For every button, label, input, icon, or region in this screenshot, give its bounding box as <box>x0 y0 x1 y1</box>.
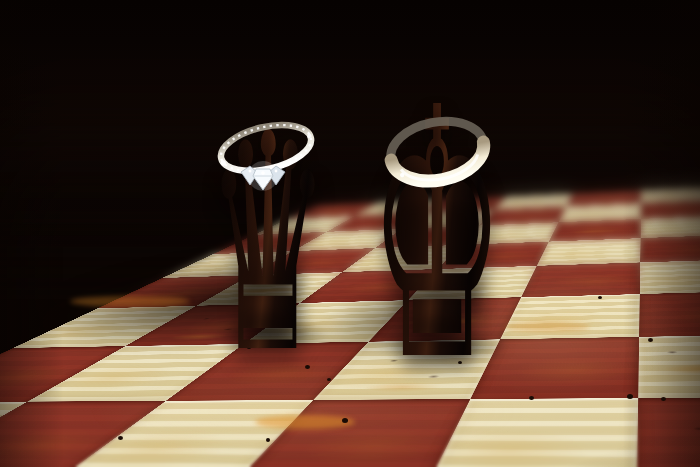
board-square <box>641 187 700 203</box>
speck <box>342 418 348 423</box>
speck <box>661 397 666 401</box>
board-square <box>639 291 700 337</box>
speck <box>266 438 270 442</box>
board-square <box>640 259 700 294</box>
black-king-piece: ♚ <box>282 63 591 408</box>
board-square <box>640 235 700 263</box>
board-square <box>637 397 700 467</box>
speck <box>118 436 123 440</box>
board-square <box>641 215 700 238</box>
speck <box>627 394 633 399</box>
speck <box>648 338 653 342</box>
board-square <box>641 200 700 219</box>
speck <box>598 296 602 299</box>
photograph: ♛ ♚ <box>0 0 700 467</box>
board-square <box>638 334 700 398</box>
king-glyph: ♚ <box>369 63 505 408</box>
